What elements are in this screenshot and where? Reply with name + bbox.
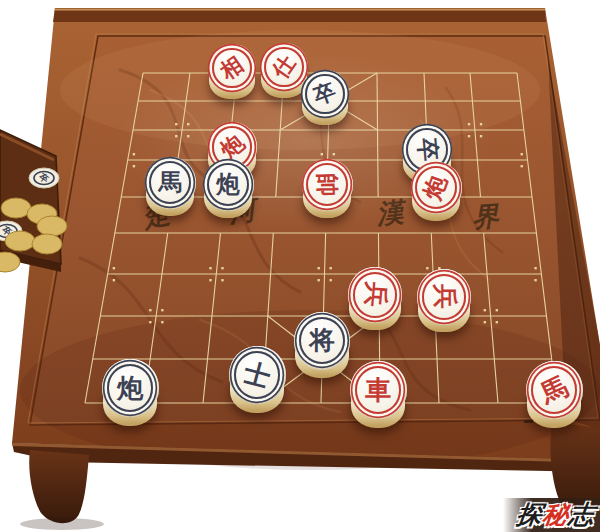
- piece-face: 相: [209, 44, 256, 92]
- piece-ring: 将: [299, 317, 345, 364]
- piece-character: 卒: [415, 137, 440, 162]
- piece-face: 馬: [145, 157, 196, 210]
- piece-red-chariot[interactable]: 車: [350, 361, 407, 425]
- piece-black-advisor[interactable]: 士: [229, 346, 286, 410]
- piece-face: 馬: [526, 361, 583, 420]
- piece-black-cannon[interactable]: 炮: [203, 159, 254, 216]
- piece-ring: 兵: [353, 272, 398, 318]
- piece-character: 炮: [216, 173, 239, 196]
- piece-character: 将: [309, 328, 335, 354]
- piece-ring: 炮: [107, 364, 154, 412]
- piece-red-soldier[interactable]: 兵: [417, 269, 471, 329]
- piece-red-soldier[interactable]: 兵: [348, 267, 402, 327]
- piece-character: 仕: [269, 52, 299, 82]
- piece-character: 車: [365, 377, 391, 403]
- piece-character: 帥: [315, 173, 339, 197]
- piece-ring: 相: [212, 48, 251, 88]
- drawer-piece[interactable]: 卒: [29, 168, 59, 188]
- piece-red-cannon[interactable]: 炮: [411, 162, 462, 219]
- piece-character: 卒: [311, 80, 339, 108]
- piece-black-soldier[interactable]: 卒: [302, 70, 349, 123]
- xiangqi-photo: 楚河漢界 卒卒 相仕卒炮卒馬炮帥炮兵兵将士炮車馬 探秘志: [0, 0, 600, 532]
- piece-character: 炮: [117, 375, 143, 401]
- piece-face: 仕: [261, 43, 308, 91]
- piece-ring: 士: [234, 351, 281, 399]
- piece-character: 馬: [158, 171, 181, 194]
- piece-ring: 馬: [531, 366, 578, 414]
- piece-ring: 帥: [306, 163, 348, 206]
- watermark-character: 志: [567, 498, 597, 531]
- drawer-blank-disc[interactable]: [5, 231, 35, 251]
- piece-ring: 炮: [207, 163, 249, 206]
- piece-red-horse[interactable]: 馬: [526, 361, 583, 425]
- piece-ring: 車: [355, 366, 402, 414]
- piece-black-general[interactable]: 将: [294, 312, 350, 375]
- drawer-blank-disc[interactable]: [1, 198, 31, 218]
- piece-character: 馬: [537, 372, 572, 407]
- piece-character: 相: [217, 53, 247, 83]
- piece-character: 兵: [362, 281, 389, 308]
- piece-face: 炮: [102, 359, 159, 418]
- piece-black-horse[interactable]: 馬: [145, 157, 196, 214]
- piece-face: 帥: [302, 159, 353, 212]
- piece-character: 炮: [421, 173, 451, 203]
- piece-red-general[interactable]: 帥: [302, 159, 353, 216]
- piece-character: 兵: [432, 284, 457, 309]
- watermark-logo: 探秘志: [503, 498, 600, 532]
- watermark-character: 秘: [541, 498, 571, 531]
- left-foot: [29, 450, 89, 523]
- foot-shadow: [20, 518, 104, 530]
- piece-face: 兵: [417, 269, 471, 325]
- piece-character: 士: [241, 359, 273, 391]
- drawer-blank-disc[interactable]: [37, 216, 67, 236]
- piece-ring: 仕: [264, 47, 303, 87]
- river-character: 界: [471, 200, 502, 233]
- piece-ring: 炮: [415, 166, 457, 209]
- drawer-blank-disc[interactable]: [32, 234, 62, 254]
- piece-face: 兵: [348, 267, 402, 323]
- piece-face: 卒: [302, 70, 349, 118]
- piece-face: 炮: [411, 162, 462, 215]
- piece-face: 士: [229, 346, 286, 405]
- piece-ring: 兵: [422, 274, 467, 320]
- piece-face: 将: [294, 312, 350, 370]
- piece-face: 車: [350, 361, 407, 420]
- piece-ring: 卒: [305, 74, 344, 114]
- piece-black-cannon[interactable]: 炮: [102, 359, 159, 423]
- watermark-character: 探: [515, 498, 545, 531]
- piece-red-advisor[interactable]: 仕: [261, 43, 308, 96]
- piece-ring: 馬: [149, 161, 191, 204]
- piece-face: 炮: [203, 159, 254, 212]
- piece-red-elephant[interactable]: 相: [209, 44, 256, 97]
